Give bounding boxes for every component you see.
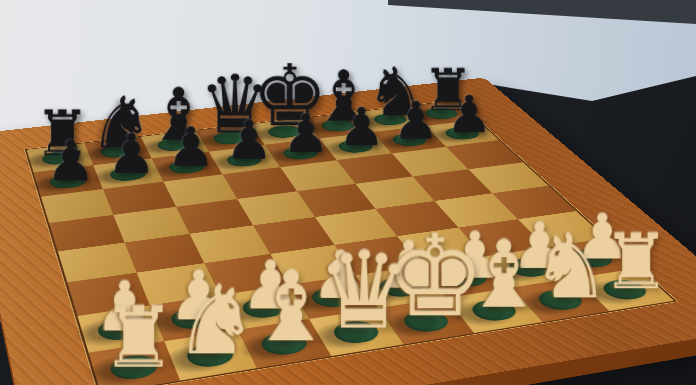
chess-photo-scene: ♜♞♝♛♚♝♞♜♟♟♟♟♟♟♟♟♟♟♟♟♟♟♟♟♜♞♝♛♚♝♞♜ — [0, 0, 696, 385]
square-c7[interactable]: ♟ — [152, 152, 223, 182]
square-h6[interactable] — [446, 140, 523, 169]
black-pawn[interactable]: ♟ — [107, 127, 156, 182]
square-b6[interactable] — [103, 182, 176, 215]
black-pawn[interactable]: ♟ — [393, 95, 440, 147]
black-pawn[interactable]: ♟ — [446, 89, 492, 140]
white-rook[interactable]: ♜ — [101, 296, 177, 380]
white-bishop[interactable]: ♝ — [248, 260, 334, 356]
square-b1[interactable]: ♞ — [164, 330, 257, 381]
square-f6[interactable] — [337, 153, 413, 183]
white-knight[interactable]: ♞ — [173, 273, 258, 368]
black-pawn[interactable]: ♟ — [46, 133, 96, 189]
square-a7[interactable]: ♟ — [34, 165, 103, 196]
square-a1[interactable]: ♜ — [89, 341, 180, 385]
black-pawn[interactable]: ♟ — [225, 113, 273, 167]
white-rook[interactable]: ♜ — [602, 224, 670, 300]
square-d5[interactable] — [237, 191, 315, 225]
wall-top-shadow — [388, 0, 696, 24]
black-pawn[interactable]: ♟ — [282, 107, 330, 160]
black-pawn[interactable]: ♟ — [167, 120, 216, 174]
square-d7[interactable]: ♟ — [209, 145, 280, 174]
square-a5[interactable] — [49, 215, 124, 252]
black-pawn[interactable]: ♟ — [338, 101, 385, 154]
